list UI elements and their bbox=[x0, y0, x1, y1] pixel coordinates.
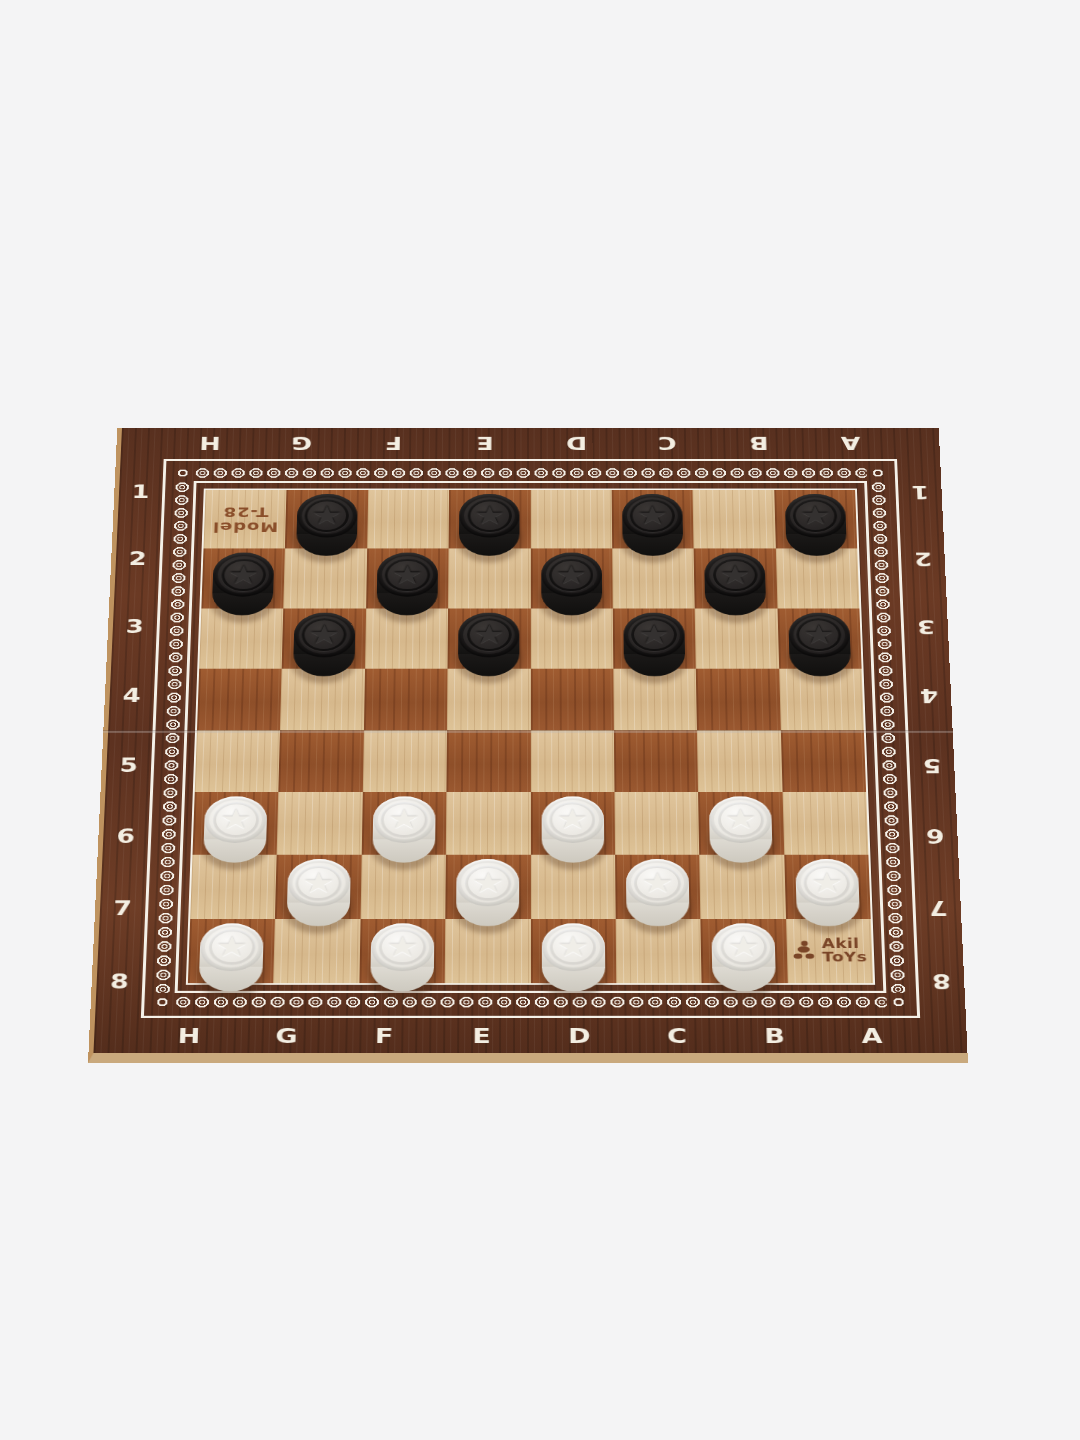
square-D6[interactable]: ★ bbox=[530, 792, 615, 855]
embossed-ring-icon bbox=[304, 500, 349, 532]
square-E5[interactable] bbox=[447, 730, 531, 792]
piece-top-face: ★ bbox=[293, 613, 355, 658]
square-B6[interactable]: ★ bbox=[698, 792, 784, 855]
square-C7[interactable]: ★ bbox=[615, 855, 701, 919]
embossed-ring-icon bbox=[549, 559, 594, 592]
square-G1[interactable]: ★ bbox=[285, 490, 368, 549]
scroll-corner-icon bbox=[886, 993, 911, 1011]
square-F6[interactable]: ★ bbox=[361, 792, 446, 855]
piece-black-C3[interactable]: ★ bbox=[623, 613, 685, 658]
piece-black-G1[interactable]: ★ bbox=[296, 494, 357, 537]
file-label-far-C: C bbox=[622, 428, 714, 459]
file-label-far-D: D bbox=[530, 428, 622, 459]
square-A1[interactable]: ★ bbox=[774, 490, 857, 549]
piece-black-G3[interactable]: ★ bbox=[293, 613, 355, 658]
square-C3[interactable]: ★ bbox=[613, 608, 696, 668]
piece-top-face: ★ bbox=[795, 859, 859, 906]
piece-white-F6[interactable]: ★ bbox=[373, 796, 436, 842]
rank-label-left-6: 6 bbox=[102, 800, 150, 871]
square-F1[interactable] bbox=[367, 490, 449, 549]
embossed-ring-icon bbox=[379, 929, 426, 964]
piece-white-B6[interactable]: ★ bbox=[709, 796, 772, 842]
rank-label-left-1: 1 bbox=[118, 459, 164, 525]
file-label-near-E: E bbox=[433, 1018, 531, 1053]
square-C1[interactable]: ★ bbox=[612, 490, 694, 549]
embossed-ring-icon bbox=[208, 929, 256, 964]
embossed-ring-icon bbox=[466, 618, 511, 651]
square-A3[interactable]: ★ bbox=[777, 608, 861, 668]
square-E1[interactable]: ★ bbox=[449, 490, 531, 549]
file-label-near-G: G bbox=[237, 1018, 335, 1053]
file-label-far-E: E bbox=[439, 428, 531, 459]
scroll-corner-icon bbox=[150, 993, 175, 1011]
square-B8[interactable]: ★ bbox=[701, 919, 788, 984]
embossed-ring-icon bbox=[630, 500, 675, 532]
piece-top-face: ★ bbox=[287, 859, 351, 906]
embossed-ring-icon bbox=[712, 559, 758, 592]
square-E3[interactable]: ★ bbox=[448, 608, 531, 668]
square-B5[interactable] bbox=[697, 730, 782, 792]
embossed-ring-icon bbox=[385, 559, 430, 592]
piece-black-H2[interactable]: ★ bbox=[212, 553, 274, 597]
piece-top-face: ★ bbox=[373, 796, 436, 842]
piece-top-face: ★ bbox=[785, 494, 847, 537]
file-label-far-F: F bbox=[347, 428, 439, 459]
square-D8[interactable]: ★ bbox=[530, 919, 616, 984]
file-label-near-C: C bbox=[628, 1018, 726, 1053]
file-label-far-G: G bbox=[255, 428, 347, 459]
piece-top-face: ★ bbox=[626, 859, 689, 906]
piece-black-D2[interactable]: ★ bbox=[541, 553, 602, 597]
frame-scroll-band: ModelT-28★★★★★★★★★★★★★★★★★★★★★★★★AkilToY… bbox=[150, 465, 911, 1011]
piece-top-face: ★ bbox=[788, 613, 850, 658]
square-C5[interactable] bbox=[614, 730, 698, 792]
square-G7[interactable]: ★ bbox=[275, 855, 361, 919]
square-G5[interactable] bbox=[279, 730, 364, 792]
rank-label-right-2: 2 bbox=[900, 525, 947, 592]
square-B1[interactable] bbox=[693, 490, 776, 549]
scroll-corner-icon bbox=[171, 465, 194, 481]
embossed-ring-icon bbox=[793, 500, 839, 532]
piece-black-E1[interactable]: ★ bbox=[459, 494, 519, 537]
square-H5[interactable] bbox=[195, 730, 281, 792]
piece-white-A7[interactable]: ★ bbox=[795, 859, 859, 906]
frame-mid-line: ModelT-28★★★★★★★★★★★★★★★★★★★★★★★★AkilToY… bbox=[175, 481, 887, 993]
piece-top-face: ★ bbox=[709, 796, 772, 842]
piece-black-C1[interactable]: ★ bbox=[622, 494, 683, 537]
embossed-ring-icon bbox=[467, 500, 512, 532]
file-labels-far: HGFEDCBA bbox=[164, 428, 897, 459]
square-H8[interactable]: ★ bbox=[188, 919, 275, 984]
piece-top-face: ★ bbox=[459, 494, 519, 537]
stacked-toy-icon bbox=[791, 940, 815, 962]
rank-label-right-4: 4 bbox=[905, 661, 952, 730]
rank-label-left-4: 4 bbox=[108, 661, 155, 730]
play-grid: ModelT-28★★★★★★★★★★★★★★★★★★★★★★★★AkilToY… bbox=[188, 490, 873, 983]
embossed-ring-icon bbox=[212, 802, 259, 836]
rank-label-right-7: 7 bbox=[914, 872, 962, 945]
square-A7[interactable]: ★ bbox=[784, 855, 871, 919]
rank-label-left-8: 8 bbox=[95, 944, 144, 1018]
rank-label-left-2: 2 bbox=[114, 525, 160, 592]
embossed-ring-icon bbox=[221, 559, 267, 592]
piece-white-H6[interactable]: ★ bbox=[204, 796, 268, 842]
piece-top-face: ★ bbox=[541, 553, 602, 597]
square-D2[interactable]: ★ bbox=[530, 549, 612, 609]
model-print-line1: Model bbox=[212, 519, 279, 534]
file-label-near-H: H bbox=[139, 1018, 238, 1053]
square-G3[interactable]: ★ bbox=[282, 608, 366, 668]
square-B2[interactable]: ★ bbox=[694, 549, 777, 609]
file-label-far-A: A bbox=[804, 428, 897, 459]
rank-label-right-5: 5 bbox=[908, 730, 956, 800]
file-label-near-A: A bbox=[823, 1018, 922, 1053]
piece-top-face: ★ bbox=[458, 613, 519, 658]
file-label-near-F: F bbox=[335, 1018, 433, 1053]
square-E6[interactable] bbox=[446, 792, 530, 855]
square-G6[interactable] bbox=[277, 792, 363, 855]
file-label-far-H: H bbox=[164, 428, 257, 459]
square-F5[interactable] bbox=[363, 730, 447, 792]
piece-black-A3[interactable]: ★ bbox=[788, 613, 850, 658]
piece-top-face: ★ bbox=[541, 796, 603, 842]
square-F8[interactable]: ★ bbox=[359, 919, 445, 984]
piece-black-E3[interactable]: ★ bbox=[458, 613, 519, 658]
square-D5[interactable] bbox=[530, 730, 614, 792]
piece-top-face: ★ bbox=[371, 923, 435, 971]
square-H1[interactable]: ModelT-28 bbox=[204, 490, 287, 549]
piece-white-E7[interactable]: ★ bbox=[457, 859, 520, 906]
piece-black-A1[interactable]: ★ bbox=[785, 494, 847, 537]
square-D4[interactable] bbox=[530, 669, 613, 730]
square-D1[interactable] bbox=[530, 490, 612, 549]
embossed-ring-icon bbox=[634, 865, 681, 900]
rank-label-left-3: 3 bbox=[111, 592, 158, 660]
board: HGFEDCBA HGFEDCBA 12345678 12345678 Mode… bbox=[88, 428, 968, 1063]
square-E7[interactable]: ★ bbox=[445, 855, 530, 919]
square-A5[interactable] bbox=[780, 730, 866, 792]
embossed-ring-icon bbox=[549, 802, 595, 836]
scroll-pattern-top bbox=[194, 465, 867, 481]
square-B4[interactable] bbox=[696, 669, 780, 730]
square-H2[interactable]: ★ bbox=[201, 549, 285, 609]
piece-top-face: ★ bbox=[542, 923, 605, 971]
piece-white-H8[interactable]: ★ bbox=[199, 923, 264, 971]
rank-label-left-7: 7 bbox=[98, 872, 146, 945]
rank-label-left-5: 5 bbox=[105, 730, 153, 800]
rank-label-right-8: 8 bbox=[917, 944, 966, 1018]
piece-top-face: ★ bbox=[623, 613, 685, 658]
rank-label-right-3: 3 bbox=[903, 592, 950, 660]
embossed-ring-icon bbox=[717, 802, 764, 836]
piece-white-D8[interactable]: ★ bbox=[542, 923, 605, 971]
rank-label-right-1: 1 bbox=[897, 459, 943, 525]
model-print: ModelT-28 bbox=[204, 490, 287, 549]
piece-top-face: ★ bbox=[622, 494, 683, 537]
file-labels-near: HGFEDCBA bbox=[139, 1018, 921, 1053]
piece-black-B2[interactable]: ★ bbox=[704, 553, 766, 597]
piece-white-G7[interactable]: ★ bbox=[287, 859, 351, 906]
brand-line2: ToYs bbox=[822, 951, 867, 964]
square-F2[interactable]: ★ bbox=[366, 549, 449, 609]
model-print-line2: T-28 bbox=[222, 504, 268, 519]
embossed-ring-icon bbox=[803, 865, 851, 900]
square-H6[interactable]: ★ bbox=[192, 792, 278, 855]
embossed-ring-icon bbox=[301, 618, 347, 651]
frame-inner-line: ModelT-28★★★★★★★★★★★★★★★★★★★★★★★★AkilToY… bbox=[186, 489, 875, 985]
page-background: HGFEDCBA HGFEDCBA 12345678 12345678 Mode… bbox=[0, 0, 1080, 1440]
piece-white-D6[interactable]: ★ bbox=[541, 796, 603, 842]
embossed-ring-icon bbox=[631, 618, 677, 651]
scroll-pattern-bottom bbox=[174, 993, 887, 1011]
piece-white-B8[interactable]: ★ bbox=[712, 923, 776, 971]
scroll-corner-icon bbox=[866, 465, 889, 481]
embossed-ring-icon bbox=[720, 929, 768, 964]
square-F4[interactable] bbox=[364, 669, 448, 730]
square-A6[interactable] bbox=[782, 792, 868, 855]
file-label-far-B: B bbox=[713, 428, 805, 459]
embossed-ring-icon bbox=[295, 865, 342, 900]
piece-black-F2[interactable]: ★ bbox=[377, 553, 438, 597]
file-label-near-D: D bbox=[530, 1018, 628, 1053]
rank-label-right-6: 6 bbox=[911, 800, 959, 871]
piece-top-face: ★ bbox=[296, 494, 357, 537]
embossed-ring-icon bbox=[465, 865, 512, 900]
square-H4[interactable] bbox=[197, 669, 282, 730]
piece-white-F8[interactable]: ★ bbox=[371, 923, 435, 971]
piece-top-face: ★ bbox=[712, 923, 776, 971]
frame-outer-line: ModelT-28★★★★★★★★★★★★★★★★★★★★★★★★AkilToY… bbox=[141, 459, 920, 1018]
embossed-ring-icon bbox=[381, 802, 428, 836]
file-label-near-B: B bbox=[725, 1018, 824, 1053]
piece-white-C7[interactable]: ★ bbox=[626, 859, 689, 906]
square-C6[interactable] bbox=[614, 792, 699, 855]
